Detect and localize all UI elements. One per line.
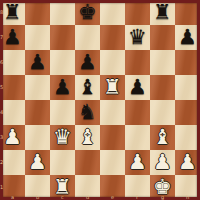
piece-white-king[interactable]: ♚ (153, 175, 172, 200)
square-e5[interactable]: ♜ (100, 75, 125, 100)
square-g3[interactable]: ♝ (150, 125, 175, 150)
square-a4[interactable] (0, 100, 25, 125)
square-g7[interactable] (150, 25, 175, 50)
square-h1[interactable] (175, 175, 200, 200)
piece-black-pawn[interactable]: ♟ (78, 50, 97, 75)
square-h2[interactable]: ♟ (175, 150, 200, 175)
square-b7[interactable] (25, 25, 50, 50)
square-f1[interactable] (125, 175, 150, 200)
square-f2[interactable]: ♟ (125, 150, 150, 175)
square-d5[interactable]: ♝ (75, 75, 100, 100)
square-f6[interactable] (125, 50, 150, 75)
square-e8[interactable] (100, 0, 125, 25)
square-c1[interactable]: ♜ (50, 175, 75, 200)
piece-black-bishop[interactable]: ♝ (78, 75, 97, 100)
piece-white-rook[interactable]: ♜ (103, 75, 122, 100)
square-d1[interactable] (75, 175, 100, 200)
square-f7[interactable]: ♛ (125, 25, 150, 50)
square-c5[interactable]: ♟ (50, 75, 75, 100)
square-a8[interactable]: ♜ (0, 0, 25, 25)
piece-white-bishop[interactable]: ♝ (78, 125, 97, 150)
piece-black-pawn[interactable]: ♟ (178, 25, 197, 50)
piece-black-rook[interactable]: ♜ (153, 0, 172, 25)
piece-white-pawn[interactable]: ♟ (28, 150, 47, 175)
square-b1[interactable] (25, 175, 50, 200)
square-c8[interactable] (50, 0, 75, 25)
piece-black-pawn[interactable]: ♟ (3, 25, 22, 50)
square-c3[interactable]: ♛ (50, 125, 75, 150)
square-d8[interactable]: ♚ (75, 0, 100, 25)
square-d3[interactable]: ♝ (75, 125, 100, 150)
square-f8[interactable] (125, 0, 150, 25)
square-e4[interactable] (100, 100, 125, 125)
square-f4[interactable] (125, 100, 150, 125)
square-h8[interactable] (175, 0, 200, 25)
piece-black-rook[interactable]: ♜ (3, 0, 22, 25)
square-f3[interactable] (125, 125, 150, 150)
piece-white-queen[interactable]: ♛ (53, 125, 72, 150)
piece-white-pawn[interactable]: ♟ (3, 125, 22, 150)
square-b6[interactable]: ♟ (25, 50, 50, 75)
square-a3[interactable]: ♟ (0, 125, 25, 150)
square-e7[interactable] (100, 25, 125, 50)
square-d6[interactable]: ♟ (75, 50, 100, 75)
piece-white-rook[interactable]: ♜ (53, 175, 72, 200)
square-b2[interactable]: ♟ (25, 150, 50, 175)
square-h6[interactable] (175, 50, 200, 75)
piece-white-pawn[interactable]: ♟ (128, 150, 147, 175)
piece-white-bishop[interactable]: ♝ (153, 125, 172, 150)
square-g8[interactable]: ♜ (150, 0, 175, 25)
square-a2[interactable] (0, 150, 25, 175)
square-d2[interactable] (75, 150, 100, 175)
piece-black-pawn[interactable]: ♟ (28, 50, 47, 75)
square-b4[interactable] (25, 100, 50, 125)
square-g1[interactable]: ♚ (150, 175, 175, 200)
square-g4[interactable] (150, 100, 175, 125)
square-e1[interactable] (100, 175, 125, 200)
square-b8[interactable] (25, 0, 50, 25)
board-squares: ♜♚♜♟♛♟♟♟♟♝♜♟♞♟♛♝♝♟♟♟♟♜♚ (0, 0, 200, 200)
piece-black-king[interactable]: ♚ (78, 0, 97, 25)
square-e2[interactable] (100, 150, 125, 175)
piece-white-pawn[interactable]: ♟ (153, 150, 172, 175)
square-b5[interactable] (25, 75, 50, 100)
square-e6[interactable] (100, 50, 125, 75)
square-c2[interactable] (50, 150, 75, 175)
square-c7[interactable] (50, 25, 75, 50)
square-d4[interactable]: ♞ (75, 100, 100, 125)
square-a7[interactable]: ♟ (0, 25, 25, 50)
square-h5[interactable] (175, 75, 200, 100)
piece-white-pawn[interactable]: ♟ (178, 150, 197, 175)
piece-black-knight[interactable]: ♞ (78, 100, 97, 125)
piece-black-pawn[interactable]: ♟ (128, 75, 147, 100)
square-f5[interactable]: ♟ (125, 75, 150, 100)
square-c6[interactable] (50, 50, 75, 75)
square-h3[interactable] (175, 125, 200, 150)
piece-black-pawn[interactable]: ♟ (53, 75, 72, 100)
square-d7[interactable] (75, 25, 100, 50)
square-b3[interactable] (25, 125, 50, 150)
square-g6[interactable] (150, 50, 175, 75)
square-c4[interactable] (50, 100, 75, 125)
square-e3[interactable] (100, 125, 125, 150)
square-a5[interactable] (0, 75, 25, 100)
square-g5[interactable] (150, 75, 175, 100)
chess-board: ♜♚♜♟♛♟♟♟♟♝♜♟♞♟♛♝♝♟♟♟♟♜♚ 87654321abcdefgh (0, 0, 200, 200)
square-h4[interactable] (175, 100, 200, 125)
square-a6[interactable] (0, 50, 25, 75)
square-a1[interactable] (0, 175, 25, 200)
square-g2[interactable]: ♟ (150, 150, 175, 175)
piece-black-queen[interactable]: ♛ (128, 25, 147, 50)
square-h7[interactable]: ♟ (175, 25, 200, 50)
